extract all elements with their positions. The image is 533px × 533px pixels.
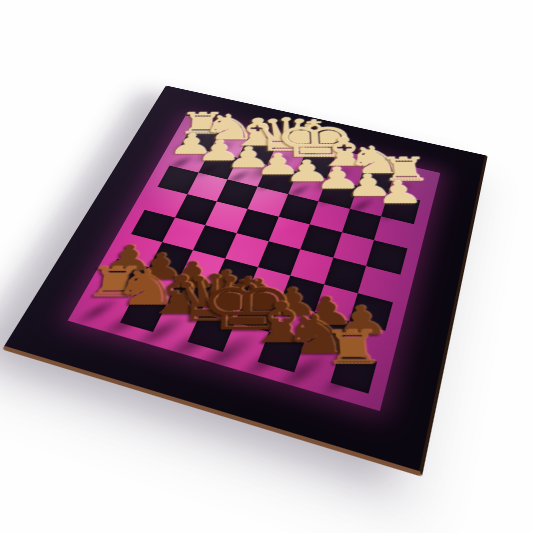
board-scene: ♜♞♝♛♚♝♞♜♟♟♟♟♟♟♟♟♟♟♟♟♟♟♟♟♜♞♝♛♚♝♞♜ xyxy=(0,0,533,533)
pieces-layer: ♜♞♝♛♚♝♞♜♟♟♟♟♟♟♟♟♟♟♟♟♟♟♟♟♜♞♝♛♚♝♞♜ xyxy=(166,86,485,156)
photo-stage: ♜♞♝♛♚♝♞♜♟♟♟♟♟♟♟♟♟♟♟♟♟♟♟♟♜♞♝♛♚♝♞♜ xyxy=(0,0,533,533)
chess-board: ♜♞♝♛♚♝♞♜♟♟♟♟♟♟♟♟♟♟♟♟♟♟♟♟♜♞♝♛♚♝♞♜ xyxy=(2,86,488,477)
piece-white-pawn-h2[interactable]: ♟ xyxy=(341,177,459,208)
